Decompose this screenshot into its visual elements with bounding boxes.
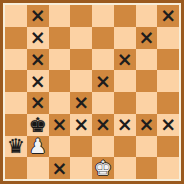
square-e2[interactable]: [92, 136, 114, 158]
square-e8[interactable]: [92, 5, 114, 27]
square-f8[interactable]: [114, 5, 136, 27]
square-a6[interactable]: [5, 49, 27, 71]
square-b1[interactable]: [27, 157, 49, 179]
square-g2[interactable]: [136, 136, 158, 158]
square-h8[interactable]: ×: [157, 5, 179, 27]
square-d1[interactable]: [70, 157, 92, 179]
x-mark-h8: ×: [160, 6, 176, 25]
square-c6[interactable]: [49, 49, 71, 71]
square-g7[interactable]: ×: [136, 27, 158, 49]
square-d3[interactable]: ×: [70, 114, 92, 136]
square-e7[interactable]: [92, 27, 114, 49]
square-a7[interactable]: [5, 27, 27, 49]
x-mark-b4: ×: [30, 93, 46, 112]
x-mark-b8: ×: [30, 6, 46, 25]
square-g6[interactable]: [136, 49, 158, 71]
white-pawn[interactable]: ♟: [29, 136, 47, 156]
square-h3[interactable]: ×: [157, 114, 179, 136]
square-f2[interactable]: [114, 136, 136, 158]
square-a4[interactable]: [5, 92, 27, 114]
square-c7[interactable]: [49, 27, 71, 49]
square-e3[interactable]: ×: [92, 114, 114, 136]
square-d7[interactable]: [70, 27, 92, 49]
square-f1[interactable]: [114, 157, 136, 179]
square-a2[interactable]: ♛: [5, 136, 27, 158]
square-c4[interactable]: [49, 92, 71, 114]
x-mark-d3: ×: [73, 115, 89, 134]
x-mark-c1: ×: [51, 159, 67, 178]
square-f3[interactable]: ×: [114, 114, 136, 136]
x-mark-b6: ×: [30, 50, 46, 69]
x-mark-g3: ×: [138, 115, 154, 134]
square-d8[interactable]: [70, 5, 92, 27]
square-h7[interactable]: [157, 27, 179, 49]
square-a3[interactable]: [5, 114, 27, 136]
square-c2[interactable]: [49, 136, 71, 158]
square-e1[interactable]: ♚: [92, 157, 114, 179]
square-d4[interactable]: ×: [70, 92, 92, 114]
x-mark-e3: ×: [95, 115, 111, 134]
x-mark-f6: ×: [117, 50, 133, 69]
x-mark-b5: ×: [30, 72, 46, 91]
black-queen[interactable]: ♛: [7, 136, 25, 156]
square-c1[interactable]: ×: [49, 157, 71, 179]
chess-board-frame: ××××××××××♚××××××♛♟×♚: [0, 0, 184, 184]
square-b4[interactable]: ×: [27, 92, 49, 114]
x-mark-c3: ×: [51, 115, 67, 134]
square-g4[interactable]: [136, 92, 158, 114]
square-g1[interactable]: [136, 157, 158, 179]
square-d5[interactable]: [70, 70, 92, 92]
square-h5[interactable]: [157, 70, 179, 92]
square-b2[interactable]: ♟: [27, 136, 49, 158]
square-c8[interactable]: [49, 5, 71, 27]
square-h4[interactable]: [157, 92, 179, 114]
square-h2[interactable]: [157, 136, 179, 158]
square-f7[interactable]: [114, 27, 136, 49]
square-a8[interactable]: [5, 5, 27, 27]
square-b6[interactable]: ×: [27, 49, 49, 71]
square-f6[interactable]: ×: [114, 49, 136, 71]
x-mark-g7: ×: [138, 28, 154, 47]
square-b7[interactable]: ×: [27, 27, 49, 49]
square-e6[interactable]: [92, 49, 114, 71]
square-g5[interactable]: [136, 70, 158, 92]
square-f4[interactable]: [114, 92, 136, 114]
square-g8[interactable]: [136, 5, 158, 27]
black-king[interactable]: ♚: [29, 115, 47, 135]
square-g3[interactable]: ×: [136, 114, 158, 136]
square-c3[interactable]: ×: [49, 114, 71, 136]
square-d2[interactable]: [70, 136, 92, 158]
square-f5[interactable]: [114, 70, 136, 92]
x-mark-d4: ×: [73, 93, 89, 112]
x-mark-b7: ×: [30, 28, 46, 47]
square-b3[interactable]: ♚: [27, 114, 49, 136]
square-a5[interactable]: [5, 70, 27, 92]
square-e5[interactable]: ×: [92, 70, 114, 92]
square-h1[interactable]: [157, 157, 179, 179]
x-mark-e5: ×: [95, 72, 111, 91]
square-h6[interactable]: [157, 49, 179, 71]
chess-board: ××××××××××♚××××××♛♟×♚: [5, 5, 179, 179]
x-mark-h3: ×: [160, 115, 176, 134]
square-e4[interactable]: [92, 92, 114, 114]
square-a1[interactable]: [5, 157, 27, 179]
square-c5[interactable]: [49, 70, 71, 92]
x-mark-f3: ×: [117, 115, 133, 134]
square-b5[interactable]: ×: [27, 70, 49, 92]
square-d6[interactable]: [70, 49, 92, 71]
square-b8[interactable]: ×: [27, 5, 49, 27]
white-king[interactable]: ♚: [94, 158, 112, 178]
